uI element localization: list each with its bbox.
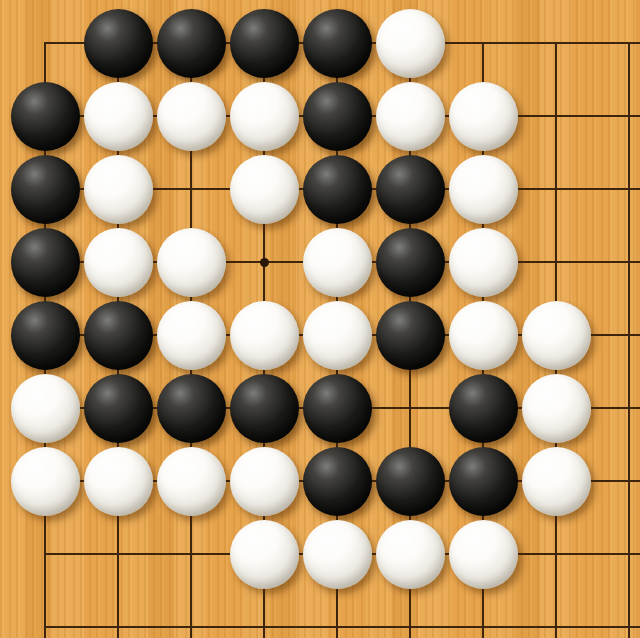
intersection-c3-r8[interactable] <box>155 518 228 591</box>
intersection-c9-r7[interactable] <box>593 445 640 518</box>
intersection-c2-r1 <box>82 7 155 80</box>
white-stone <box>449 520 518 589</box>
intersection-c8-r8[interactable] <box>520 518 593 591</box>
intersection-c6-r9[interactable] <box>374 591 447 638</box>
white-stone <box>84 82 153 151</box>
black-stone <box>157 9 226 78</box>
black-stone <box>376 155 445 224</box>
white-stone <box>84 155 153 224</box>
white-stone <box>157 228 226 297</box>
white-stone <box>376 520 445 589</box>
white-stone <box>157 301 226 370</box>
white-stone <box>376 9 445 78</box>
intersection-c4-r9[interactable] <box>228 591 301 638</box>
intersection-c3-r1 <box>155 7 228 80</box>
white-stone <box>230 447 299 516</box>
intersection-c3-r9[interactable] <box>155 591 228 638</box>
intersection-c4-r4[interactable] <box>228 226 301 299</box>
black-stone <box>376 447 445 516</box>
intersection-c5-r7 <box>301 445 374 518</box>
white-stone <box>303 228 372 297</box>
intersection-c3-r4 <box>155 226 228 299</box>
intersection-c7-r7 <box>447 445 520 518</box>
screenshot <box>0 0 640 638</box>
intersection-c6-r4 <box>374 226 447 299</box>
white-stone <box>230 520 299 589</box>
intersection-c3-r7 <box>155 445 228 518</box>
intersection-c8-r3[interactable] <box>520 153 593 226</box>
intersection-c3-r2 <box>155 80 228 153</box>
black-stone <box>449 374 518 443</box>
intersection-c8-r7 <box>520 445 593 518</box>
intersection-c6-r1 <box>374 7 447 80</box>
intersection-c5-r2 <box>301 80 374 153</box>
intersection-c5-r8 <box>301 518 374 591</box>
white-stone <box>230 155 299 224</box>
intersection-c1-r5 <box>9 299 82 372</box>
intersection-c3-r6 <box>155 372 228 445</box>
intersection-c8-r5 <box>520 299 593 372</box>
black-stone <box>303 447 372 516</box>
white-stone <box>230 301 299 370</box>
black-stone <box>303 374 372 443</box>
black-stone <box>11 155 80 224</box>
white-stone <box>522 374 591 443</box>
white-stone <box>303 301 372 370</box>
intersection-c4-r8 <box>228 518 301 591</box>
black-stone <box>84 301 153 370</box>
intersection-c6-r2 <box>374 80 447 153</box>
intersection-c8-r6 <box>520 372 593 445</box>
intersection-c6-r5 <box>374 299 447 372</box>
intersection-c1-r1[interactable] <box>9 7 82 80</box>
intersection-c9-r4[interactable] <box>593 226 640 299</box>
intersection-c1-r3 <box>9 153 82 226</box>
intersection-c7-r2 <box>447 80 520 153</box>
intersection-c4-r6 <box>228 372 301 445</box>
intersection-c9-r9[interactable] <box>593 591 640 638</box>
intersection-c7-r9[interactable] <box>447 591 520 638</box>
white-stone <box>230 82 299 151</box>
intersection-c7-r6 <box>447 372 520 445</box>
intersection-c2-r8[interactable] <box>82 518 155 591</box>
intersection-c2-r5 <box>82 299 155 372</box>
white-stone <box>376 82 445 151</box>
black-stone <box>11 82 80 151</box>
intersection-c9-r1[interactable] <box>593 7 640 80</box>
black-stone <box>11 228 80 297</box>
intersection-c8-r9[interactable] <box>520 591 593 638</box>
intersection-c7-r3 <box>447 153 520 226</box>
intersection-c1-r2 <box>9 80 82 153</box>
intersection-c1-r4 <box>9 226 82 299</box>
intersection-c9-r8[interactable] <box>593 518 640 591</box>
intersection-c6-r7 <box>374 445 447 518</box>
intersection-c2-r4 <box>82 226 155 299</box>
intersection-c3-r3[interactable] <box>155 153 228 226</box>
intersection-c7-r4 <box>447 226 520 299</box>
black-stone <box>303 9 372 78</box>
intersection-c6-r8 <box>374 518 447 591</box>
white-stone <box>157 82 226 151</box>
intersection-c8-r1[interactable] <box>520 7 593 80</box>
intersection-c5-r3 <box>301 153 374 226</box>
intersection-c9-r6[interactable] <box>593 372 640 445</box>
black-stone <box>230 9 299 78</box>
white-stone <box>303 520 372 589</box>
intersection-c5-r4 <box>301 226 374 299</box>
intersection-c8-r2[interactable] <box>520 80 593 153</box>
black-stone <box>84 374 153 443</box>
white-stone <box>449 82 518 151</box>
intersection-c4-r3 <box>228 153 301 226</box>
intersection-c5-r1 <box>301 7 374 80</box>
intersection-c1-r8[interactable] <box>9 518 82 591</box>
white-stone <box>449 155 518 224</box>
black-stone <box>376 301 445 370</box>
intersection-c4-r1 <box>228 7 301 80</box>
intersection-c2-r7 <box>82 445 155 518</box>
intersection-c2-r3 <box>82 153 155 226</box>
intersection-c3-r5 <box>155 299 228 372</box>
intersection-c7-r5 <box>447 299 520 372</box>
intersection-c1-r7 <box>9 445 82 518</box>
intersection-c7-r1[interactable] <box>447 7 520 80</box>
intersection-c9-r5[interactable] <box>593 299 640 372</box>
intersection-c5-r5 <box>301 299 374 372</box>
white-stone <box>522 447 591 516</box>
black-stone <box>449 447 518 516</box>
intersection-c4-r7 <box>228 445 301 518</box>
intersection-c7-r8 <box>447 518 520 591</box>
intersection-c6-r6[interactable] <box>374 372 447 445</box>
go-board[interactable] <box>0 0 640 638</box>
white-stone <box>11 447 80 516</box>
black-stone <box>84 9 153 78</box>
intersection-c2-r2 <box>82 80 155 153</box>
white-stone <box>449 301 518 370</box>
intersection-c9-r2[interactable] <box>593 80 640 153</box>
white-stone <box>11 374 80 443</box>
intersection-c4-r5 <box>228 299 301 372</box>
black-stone <box>157 374 226 443</box>
intersection-c8-r4[interactable] <box>520 226 593 299</box>
black-stone <box>376 228 445 297</box>
intersection-c5-r9[interactable] <box>301 591 374 638</box>
white-stone <box>449 228 518 297</box>
intersection-c1-r6 <box>9 372 82 445</box>
intersection-c2-r9[interactable] <box>82 591 155 638</box>
board-grid <box>9 7 640 638</box>
white-stone <box>157 447 226 516</box>
black-stone <box>230 374 299 443</box>
black-stone <box>303 155 372 224</box>
white-stone <box>84 447 153 516</box>
intersection-c4-r2 <box>228 80 301 153</box>
intersection-c1-r9[interactable] <box>9 591 82 638</box>
intersection-c9-r3[interactable] <box>593 153 640 226</box>
black-stone <box>11 301 80 370</box>
black-stone <box>303 82 372 151</box>
intersection-c2-r6 <box>82 372 155 445</box>
intersection-c6-r3 <box>374 153 447 226</box>
intersection-c5-r6 <box>301 372 374 445</box>
white-stone <box>84 228 153 297</box>
white-stone <box>522 301 591 370</box>
